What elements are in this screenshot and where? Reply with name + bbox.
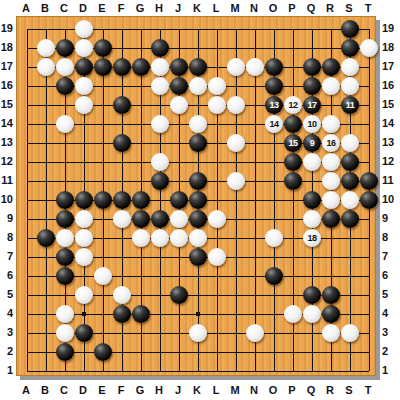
col-label-bottom-o: O [269, 383, 278, 397]
col-label-top-t: T [365, 1, 372, 15]
row-label-right-19: 19 [382, 21, 400, 35]
stone-s3[interactable] [341, 324, 359, 342]
col-label-top-q: Q [307, 1, 316, 15]
stone-e17[interactable] [94, 58, 112, 76]
col-label-top-m: M [230, 1, 239, 15]
row-label-left-14: 14 [0, 116, 13, 130]
stone-d5[interactable] [75, 286, 93, 304]
stone-m13[interactable] [227, 134, 245, 152]
stone-c2[interactable] [56, 343, 74, 361]
col-label-bottom-m: M [230, 383, 239, 397]
stone-c9[interactable] [56, 210, 74, 228]
row-label-left-12: 12 [0, 154, 13, 168]
col-label-bottom-t: T [365, 383, 372, 397]
go-diagram-screen: 1312171114101591618 AABBCCDDEEFFGGHHJJKK… [0, 0, 400, 400]
stone-s19[interactable] [341, 20, 359, 38]
row-label-left-7: 7 [0, 249, 13, 263]
stone-c4[interactable] [56, 305, 74, 323]
row-label-right-2: 2 [382, 344, 400, 358]
stone-q10[interactable] [303, 191, 321, 209]
col-label-bottom-a: A [22, 383, 30, 397]
stone-k7[interactable] [189, 248, 207, 266]
stone-d3[interactable] [75, 324, 93, 342]
stone-j5[interactable] [170, 286, 188, 304]
stone-o14[interactable]: 14 [265, 115, 283, 133]
col-label-top-e: E [98, 1, 105, 15]
move-number-label: 18 [303, 229, 321, 247]
stone-g10[interactable] [132, 191, 150, 209]
stone-q13[interactable]: 9 [303, 134, 321, 152]
stone-r13[interactable]: 16 [322, 134, 340, 152]
stone-h18[interactable] [151, 39, 169, 57]
row-label-right-13: 13 [382, 135, 400, 149]
stone-k3[interactable] [189, 324, 207, 342]
col-label-bottom-s: S [345, 383, 352, 397]
stone-r3[interactable] [322, 324, 340, 342]
stone-m15[interactable] [227, 96, 245, 114]
go-board[interactable]: 1312171114101591618 [16, 16, 376, 376]
row-label-left-11: 11 [0, 173, 13, 187]
stone-s15[interactable]: 11 [341, 96, 359, 114]
col-label-top-s: S [345, 1, 352, 15]
stone-d10[interactable] [75, 191, 93, 209]
stone-p12[interactable] [284, 153, 302, 171]
stone-h12[interactable] [151, 153, 169, 171]
move-number-label: 9 [303, 134, 321, 152]
stone-k14[interactable] [189, 115, 207, 133]
row-label-right-5: 5 [382, 287, 400, 301]
stone-d7[interactable] [75, 248, 93, 266]
col-label-bottom-q: Q [307, 383, 316, 397]
stone-k8[interactable] [189, 229, 207, 247]
stone-h17[interactable] [151, 58, 169, 76]
stone-t11[interactable] [360, 172, 378, 190]
stone-l7[interactable] [208, 248, 226, 266]
stone-e2[interactable] [94, 343, 112, 361]
col-label-top-l: L [213, 1, 220, 15]
stone-c6[interactable] [56, 267, 74, 285]
stone-o6[interactable] [265, 267, 283, 285]
stone-j9[interactable] [170, 210, 188, 228]
stone-s10[interactable] [341, 191, 359, 209]
row-label-right-6: 6 [382, 268, 400, 282]
col-label-bottom-l: L [213, 383, 220, 397]
col-label-bottom-p: P [288, 383, 295, 397]
stone-f15[interactable] [113, 96, 131, 114]
stone-s11[interactable] [341, 172, 359, 190]
col-label-bottom-b: B [41, 383, 49, 397]
col-label-bottom-h: H [155, 383, 163, 397]
stone-f17[interactable] [113, 58, 131, 76]
stone-l16[interactable] [208, 77, 226, 95]
stone-l15[interactable] [208, 96, 226, 114]
stone-d17[interactable] [75, 58, 93, 76]
row-label-right-16: 16 [382, 78, 400, 92]
stone-h11[interactable] [151, 172, 169, 190]
col-label-bottom-j: J [175, 383, 181, 397]
stone-j16[interactable] [170, 77, 188, 95]
row-label-left-6: 6 [0, 268, 13, 282]
stone-o8[interactable] [265, 229, 283, 247]
stone-c7[interactable] [56, 248, 74, 266]
stone-k16[interactable] [189, 77, 207, 95]
stone-o16[interactable] [265, 77, 283, 95]
move-number-label: 12 [284, 96, 302, 114]
row-label-right-8: 8 [382, 230, 400, 244]
stone-q14[interactable]: 10 [303, 115, 321, 133]
stone-t18[interactable] [360, 39, 378, 57]
move-number-label: 17 [303, 96, 321, 114]
col-label-top-h: H [155, 1, 163, 15]
stone-q16[interactable] [303, 77, 321, 95]
stone-q9[interactable] [303, 210, 321, 228]
stone-f4[interactable] [113, 305, 131, 323]
row-label-right-14: 14 [382, 116, 400, 130]
col-label-top-n: N [250, 1, 258, 15]
stone-k13[interactable] [189, 134, 207, 152]
stone-b17[interactable] [37, 58, 55, 76]
row-label-left-13: 13 [0, 135, 13, 149]
col-label-top-o: O [269, 1, 278, 15]
row-label-left-9: 9 [0, 211, 13, 225]
stone-j10[interactable] [170, 191, 188, 209]
stone-g4[interactable] [132, 305, 150, 323]
stone-d15[interactable] [75, 96, 93, 114]
col-label-bottom-c: C [60, 383, 68, 397]
col-label-top-j: J [175, 1, 181, 15]
row-label-left-1: 1 [0, 363, 13, 377]
stone-n3[interactable] [246, 324, 264, 342]
row-label-left-4: 4 [0, 306, 13, 320]
stone-q15[interactable]: 17 [303, 96, 321, 114]
stone-q12[interactable] [303, 153, 321, 171]
stone-j15[interactable] [170, 96, 188, 114]
row-label-left-15: 15 [0, 97, 13, 111]
row-label-left-8: 8 [0, 230, 13, 244]
stone-s9[interactable] [341, 210, 359, 228]
col-label-bottom-r: R [326, 383, 334, 397]
stone-p4[interactable] [284, 305, 302, 323]
stone-c14[interactable] [56, 115, 74, 133]
stone-h8[interactable] [151, 229, 169, 247]
stone-h14[interactable] [151, 115, 169, 133]
col-label-bottom-g: G [136, 383, 145, 397]
stone-g8[interactable] [132, 229, 150, 247]
stone-s13[interactable] [341, 134, 359, 152]
stone-r11[interactable] [322, 172, 340, 190]
stone-d19[interactable] [75, 20, 93, 38]
stone-c17[interactable] [56, 58, 74, 76]
stone-c3[interactable] [56, 324, 74, 342]
stone-s16[interactable] [341, 77, 359, 95]
stone-r14[interactable] [322, 115, 340, 133]
stone-k9[interactable] [189, 210, 207, 228]
stone-t10[interactable] [360, 191, 378, 209]
stone-d9[interactable] [75, 210, 93, 228]
row-label-right-1: 1 [382, 363, 400, 377]
row-label-left-16: 16 [0, 78, 13, 92]
col-label-top-a: A [22, 1, 30, 15]
stone-p15[interactable]: 12 [284, 96, 302, 114]
row-label-left-17: 17 [0, 59, 13, 73]
row-label-right-18: 18 [382, 40, 400, 54]
row-label-left-2: 2 [0, 344, 13, 358]
stone-o15[interactable]: 13 [265, 96, 283, 114]
stone-b18[interactable] [37, 39, 55, 57]
stone-f5[interactable] [113, 286, 131, 304]
col-label-top-r: R [326, 1, 334, 15]
stone-r4[interactable] [322, 305, 340, 323]
stone-e6[interactable] [94, 267, 112, 285]
stone-g17[interactable] [132, 58, 150, 76]
stone-q8[interactable]: 18 [303, 229, 321, 247]
stone-s12[interactable] [341, 153, 359, 171]
row-label-right-7: 7 [382, 249, 400, 263]
col-label-top-k: K [193, 1, 201, 15]
row-label-right-12: 12 [382, 154, 400, 168]
stone-f10[interactable] [113, 191, 131, 209]
col-label-top-g: G [136, 1, 145, 15]
stone-p11[interactable] [284, 172, 302, 190]
stone-n17[interactable] [246, 58, 264, 76]
move-number-label: 10 [303, 115, 321, 133]
move-number-label: 11 [341, 96, 359, 114]
stone-e18[interactable] [94, 39, 112, 57]
col-label-bottom-d: D [79, 383, 87, 397]
stone-j17[interactable] [170, 58, 188, 76]
row-label-right-10: 10 [382, 192, 400, 206]
stone-r17[interactable] [322, 58, 340, 76]
stone-r10[interactable] [322, 191, 340, 209]
stone-d18[interactable] [75, 39, 93, 57]
row-label-left-5: 5 [0, 287, 13, 301]
move-number-label: 13 [265, 96, 283, 114]
stone-r9[interactable] [322, 210, 340, 228]
col-label-bottom-f: F [118, 383, 125, 397]
stone-h16[interactable] [151, 77, 169, 95]
row-label-left-3: 3 [0, 325, 13, 339]
stone-r12[interactable] [322, 153, 340, 171]
row-label-right-3: 3 [382, 325, 400, 339]
stone-c18[interactable] [56, 39, 74, 57]
col-label-top-f: F [118, 1, 125, 15]
col-label-top-b: B [41, 1, 49, 15]
stone-b8[interactable] [37, 229, 55, 247]
stone-f9[interactable] [113, 210, 131, 228]
stone-c8[interactable] [56, 229, 74, 247]
row-label-right-11: 11 [382, 173, 400, 187]
move-number-label: 14 [265, 115, 283, 133]
stone-h9[interactable] [151, 210, 169, 228]
stone-d16[interactable] [75, 77, 93, 95]
row-label-right-9: 9 [382, 211, 400, 225]
stone-o17[interactable] [265, 58, 283, 76]
col-label-bottom-n: N [250, 383, 258, 397]
stone-m17[interactable] [227, 58, 245, 76]
col-label-bottom-e: E [98, 383, 105, 397]
stone-s18[interactable] [341, 39, 359, 57]
stone-s17[interactable] [341, 58, 359, 76]
stone-p13[interactable]: 15 [284, 134, 302, 152]
stone-q17[interactable] [303, 58, 321, 76]
row-label-left-18: 18 [0, 40, 13, 54]
stone-k17[interactable] [189, 58, 207, 76]
stone-j8[interactable] [170, 229, 188, 247]
stone-r5[interactable] [322, 286, 340, 304]
stone-r16[interactable] [322, 77, 340, 95]
star-point [196, 312, 201, 317]
col-label-top-d: D [79, 1, 87, 15]
stone-q5[interactable] [303, 286, 321, 304]
stone-c16[interactable] [56, 77, 74, 95]
row-label-left-10: 10 [0, 192, 13, 206]
stone-p14[interactable] [284, 115, 302, 133]
row-label-left-19: 19 [0, 21, 13, 35]
row-label-right-15: 15 [382, 97, 400, 111]
row-label-right-4: 4 [382, 306, 400, 320]
stone-k11[interactable] [189, 172, 207, 190]
stone-e10[interactable] [94, 191, 112, 209]
stone-c10[interactable] [56, 191, 74, 209]
stone-q4[interactable] [303, 305, 321, 323]
row-label-right-17: 17 [382, 59, 400, 73]
col-label-top-p: P [288, 1, 295, 15]
stone-k10[interactable] [189, 191, 207, 209]
star-point [82, 312, 87, 317]
stone-m11[interactable] [227, 172, 245, 190]
stone-f13[interactable] [113, 134, 131, 152]
stone-l9[interactable] [208, 210, 226, 228]
stone-d8[interactable] [75, 229, 93, 247]
move-number-label: 15 [284, 134, 302, 152]
move-number-label: 16 [322, 134, 340, 152]
col-label-top-c: C [60, 1, 68, 15]
col-label-bottom-k: K [193, 383, 201, 397]
stone-g9[interactable] [132, 210, 150, 228]
